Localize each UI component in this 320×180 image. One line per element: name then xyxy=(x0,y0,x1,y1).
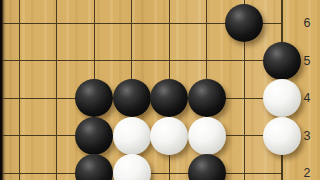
white-stone[interactable] xyxy=(113,117,151,155)
black-stone[interactable] xyxy=(75,117,113,155)
black-stone[interactable] xyxy=(75,79,113,117)
grid-line-horizontal xyxy=(0,60,283,61)
black-stone[interactable] xyxy=(75,154,113,180)
black-stone[interactable] xyxy=(225,4,263,42)
grid-line-vertical xyxy=(56,0,57,180)
row-label: 6 xyxy=(295,15,319,31)
white-stone[interactable] xyxy=(113,154,151,180)
black-stone[interactable] xyxy=(150,79,188,117)
board-left-edge xyxy=(0,0,6,180)
black-stone[interactable] xyxy=(263,42,301,80)
black-stone[interactable] xyxy=(188,154,226,180)
white-stone[interactable] xyxy=(188,117,226,155)
white-stone[interactable] xyxy=(263,79,301,117)
black-stone[interactable] xyxy=(113,79,151,117)
white-stone[interactable] xyxy=(150,117,188,155)
grid-line-vertical xyxy=(19,0,20,180)
row-label: 2 xyxy=(295,165,319,180)
white-stone[interactable] xyxy=(263,117,301,155)
go-board[interactable]: 65432 xyxy=(0,0,320,180)
black-stone[interactable] xyxy=(188,79,226,117)
